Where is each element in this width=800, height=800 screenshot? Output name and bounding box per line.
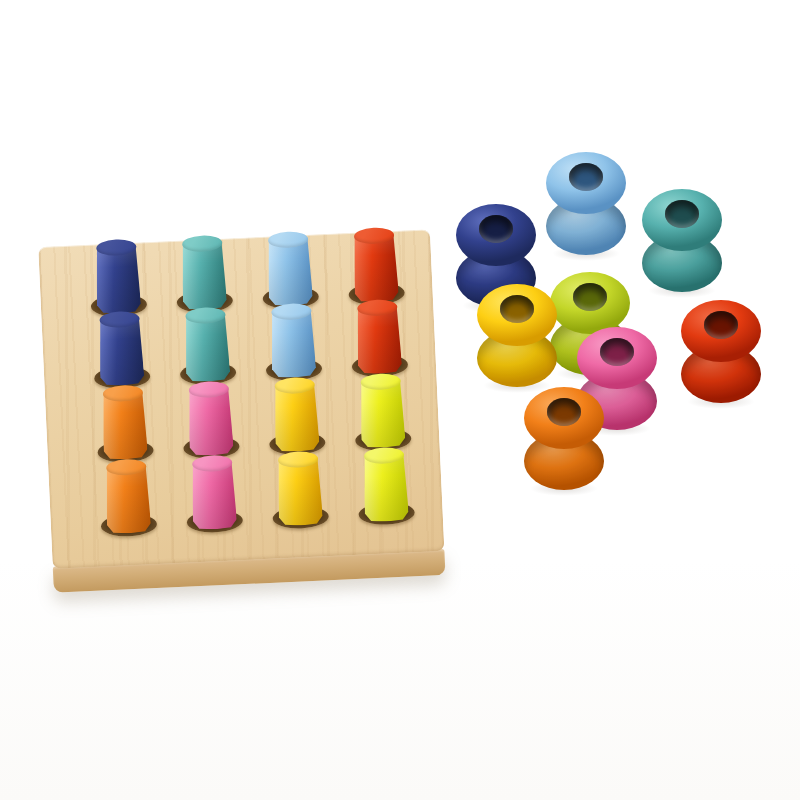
- ring-center-hole: [573, 283, 607, 311]
- peg-board: [38, 229, 446, 598]
- ring-stack-red[interactable]: [681, 300, 761, 404]
- peg-cylinder-body: [104, 466, 151, 534]
- ring-top: [577, 327, 657, 389]
- peg-cylinder-body: [269, 311, 316, 379]
- peg-cylinder-body: [101, 392, 148, 460]
- peg-cylinder-body: [187, 388, 234, 456]
- ring-top: [524, 387, 604, 449]
- peg-golden_yellow[interactable]: [271, 377, 320, 453]
- peg-teal[interactable]: [179, 235, 228, 311]
- ring-top: [456, 204, 536, 266]
- board-top-face: [38, 229, 444, 568]
- peg-pink[interactable]: [186, 380, 235, 456]
- peg-cylinder-body: [98, 318, 145, 386]
- ring-center-hole: [479, 215, 513, 243]
- ring-top: [550, 272, 630, 334]
- peg-sky_blue[interactable]: [268, 303, 317, 379]
- ring-center-hole: [600, 338, 634, 366]
- peg-cylinder-body: [362, 455, 409, 523]
- ring-center-hole: [547, 398, 581, 426]
- peg-cylinder-body: [184, 315, 231, 383]
- peg-cylinder-body: [352, 235, 399, 303]
- product-photo-scene: [0, 0, 800, 800]
- ring-stack-golden_yellow[interactable]: [477, 284, 557, 388]
- peg-red[interactable]: [351, 227, 400, 303]
- peg-navy[interactable]: [96, 310, 145, 386]
- peg-lemon_yellow[interactable]: [361, 447, 410, 523]
- ring-top: [681, 300, 761, 362]
- peg-cylinder-body: [190, 462, 237, 530]
- peg-golden_yellow[interactable]: [275, 450, 324, 526]
- ring-center-hole: [569, 163, 603, 191]
- ring-top: [477, 284, 557, 346]
- peg-red[interactable]: [354, 299, 403, 375]
- peg-lemon_yellow[interactable]: [357, 373, 406, 449]
- peg-cylinder-body: [94, 247, 141, 315]
- peg-sky_blue[interactable]: [265, 231, 314, 307]
- peg-teal[interactable]: [182, 307, 231, 383]
- ring-top: [546, 152, 626, 214]
- ring-center-hole: [665, 200, 699, 228]
- peg-orange[interactable]: [103, 458, 152, 534]
- peg-navy[interactable]: [93, 238, 142, 314]
- peg-cylinder-body: [266, 239, 313, 307]
- peg-cylinder-body: [355, 307, 402, 375]
- ring-stack-teal[interactable]: [642, 189, 722, 293]
- ring-center-hole: [500, 295, 534, 323]
- peg-cylinder-body: [276, 459, 323, 527]
- peg-orange[interactable]: [100, 384, 149, 460]
- peg-cylinder-body: [180, 243, 227, 311]
- peg-cylinder-body: [273, 385, 320, 453]
- peg-cylinder-body: [359, 381, 406, 449]
- ring-stack-sky_blue[interactable]: [546, 152, 626, 256]
- ring-top: [642, 189, 722, 251]
- peg-pink[interactable]: [189, 454, 238, 530]
- ring-stack-orange[interactable]: [524, 387, 604, 491]
- ring-center-hole: [704, 311, 738, 339]
